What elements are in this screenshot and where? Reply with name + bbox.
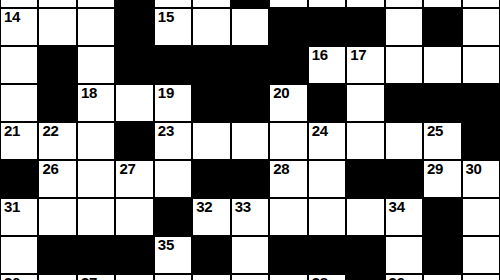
cell-r0c9[interactable]: [346, 0, 384, 8]
cell-r2c10[interactable]: [385, 46, 423, 84]
cell-r3c3[interactable]: [115, 84, 153, 122]
clue-number-35: 35: [158, 237, 174, 253]
cell-r3c4[interactable]: 19: [154, 84, 192, 122]
clue-number-39: 39: [389, 275, 405, 280]
cell-r0c2[interactable]: [77, 0, 115, 8]
clue-number-16: 16: [312, 47, 328, 63]
clue-number-38: 38: [312, 275, 328, 280]
clue-number-15: 15: [158, 9, 174, 25]
black-cell-r1c9: [346, 8, 384, 46]
cell-r8c6[interactable]: [231, 274, 269, 280]
black-cell-r6c4: [154, 198, 192, 236]
cell-r8c7[interactable]: [269, 274, 307, 280]
cell-r4c4[interactable]: 23: [154, 122, 192, 160]
cell-r6c9[interactable]: [346, 198, 384, 236]
cell-r8c5[interactable]: [192, 274, 230, 280]
cell-r2c8[interactable]: 16: [308, 46, 346, 84]
cell-r0c11[interactable]: [423, 0, 461, 8]
black-cell-r5c5: [192, 160, 230, 198]
black-cell-r2c1: [38, 46, 76, 84]
cell-r5c12[interactable]: 30: [462, 160, 500, 198]
clue-number-23: 23: [158, 123, 174, 139]
cell-r4c9[interactable]: [346, 122, 384, 160]
cell-r5c1[interactable]: 26: [38, 160, 76, 198]
black-cell-r5c10: [385, 160, 423, 198]
black-cell-r1c8: [308, 8, 346, 46]
clue-number-14: 14: [4, 9, 20, 25]
cell-r0c1[interactable]: [38, 0, 76, 8]
cell-r2c12[interactable]: [462, 46, 500, 84]
black-cell-r1c7: [269, 8, 307, 46]
cell-r5c3[interactable]: 27: [115, 160, 153, 198]
black-cell-r7c9: [346, 236, 384, 274]
cell-r7c0[interactable]: [0, 236, 38, 274]
cell-r5c11[interactable]: 29: [423, 160, 461, 198]
cell-r3c2[interactable]: 18: [77, 84, 115, 122]
cell-r0c7[interactable]: [269, 0, 307, 8]
cell-r0c12[interactable]: [462, 0, 500, 8]
clue-number-32: 32: [196, 199, 212, 215]
clue-number-25: 25: [427, 123, 443, 139]
black-cell-r3c1: [38, 84, 76, 122]
cell-r5c4[interactable]: [154, 160, 192, 198]
cell-r0c5[interactable]: [192, 0, 230, 8]
clue-number-33: 33: [235, 199, 251, 215]
cell-r2c9[interactable]: 17: [346, 46, 384, 84]
cell-r6c12[interactable]: [462, 198, 500, 236]
cell-r6c2[interactable]: [77, 198, 115, 236]
cell-r2c0[interactable]: [0, 46, 38, 84]
cell-r6c0[interactable]: 31: [0, 198, 38, 236]
cell-r6c8[interactable]: [308, 198, 346, 236]
cell-r4c1[interactable]: 22: [38, 122, 76, 160]
cell-r4c8[interactable]: 24: [308, 122, 346, 160]
cell-r1c2[interactable]: [77, 8, 115, 46]
black-cell-r4c12: [462, 122, 500, 160]
black-cell-r7c3: [115, 236, 153, 274]
cell-r5c7[interactable]: 28: [269, 160, 307, 198]
black-cell-r3c10: [385, 84, 423, 122]
black-cell-r5c6: [231, 160, 269, 198]
clue-number-17: 17: [350, 47, 366, 63]
cell-r1c10[interactable]: [385, 8, 423, 46]
black-cell-r3c6: [231, 84, 269, 122]
clue-number-34: 34: [389, 199, 405, 215]
cell-r3c9[interactable]: [346, 84, 384, 122]
cell-r7c6[interactable]: [231, 236, 269, 274]
black-cell-r4c3: [115, 122, 153, 160]
clue-number-31: 31: [4, 199, 20, 215]
black-cell-r0c6: [231, 0, 269, 8]
black-cell-r2c3: [115, 46, 153, 84]
cell-r0c10[interactable]: [385, 0, 423, 8]
crossword-board: 1415161718192021222324252627282930313233…: [0, 0, 500, 280]
cell-r1c12[interactable]: [462, 8, 500, 46]
cell-r8c10[interactable]: 39: [385, 274, 423, 280]
cell-r1c4[interactable]: 15: [154, 8, 192, 46]
cell-r3c0[interactable]: [0, 84, 38, 122]
cell-r6c6[interactable]: 33: [231, 198, 269, 236]
black-cell-r8c9: [346, 274, 384, 280]
cell-r8c2[interactable]: 37: [77, 274, 115, 280]
clue-number-28: 28: [273, 161, 289, 177]
cell-r6c10[interactable]: 34: [385, 198, 423, 236]
black-cell-r2c7: [269, 46, 307, 84]
cell-r7c4[interactable]: 35: [154, 236, 192, 274]
clue-number-26: 26: [42, 161, 58, 177]
cell-r1c6[interactable]: [231, 8, 269, 46]
cell-r7c12[interactable]: [462, 236, 500, 274]
cell-r8c8[interactable]: 38: [308, 274, 346, 280]
cell-r0c8[interactable]: [308, 0, 346, 8]
clue-number-36: 36: [4, 275, 20, 280]
clue-number-18: 18: [81, 85, 97, 101]
clue-number-19: 19: [158, 85, 174, 101]
cell-r8c12[interactable]: [462, 274, 500, 280]
cell-r1c1[interactable]: [38, 8, 76, 46]
cell-r6c1[interactable]: [38, 198, 76, 236]
black-cell-r7c2: [77, 236, 115, 274]
clue-number-30: 30: [466, 161, 482, 177]
black-cell-r3c5: [192, 84, 230, 122]
black-cell-r2c5: [192, 46, 230, 84]
cell-r5c8[interactable]: [308, 160, 346, 198]
clue-number-24: 24: [312, 123, 328, 139]
black-cell-r2c6: [231, 46, 269, 84]
black-cell-r7c11: [423, 236, 461, 274]
cell-r8c11[interactable]: [423, 274, 461, 280]
clue-number-27: 27: [119, 161, 135, 177]
cell-r1c5[interactable]: [192, 8, 230, 46]
black-cell-r7c7: [269, 236, 307, 274]
cell-r7c10[interactable]: [385, 236, 423, 274]
cell-r4c6[interactable]: [231, 122, 269, 160]
black-cell-r7c5: [192, 236, 230, 274]
cell-r6c7[interactable]: [269, 198, 307, 236]
cell-r2c2[interactable]: [77, 46, 115, 84]
cell-r4c5[interactable]: [192, 122, 230, 160]
black-cell-r3c8: [308, 84, 346, 122]
cell-r0c4[interactable]: [154, 0, 192, 8]
cell-r8c3[interactable]: [115, 274, 153, 280]
clue-number-37: 37: [81, 275, 97, 280]
black-cell-r5c0: [0, 160, 38, 198]
cell-r8c4[interactable]: [154, 274, 192, 280]
black-cell-r5c9: [346, 160, 384, 198]
clue-number-21: 21: [4, 123, 20, 139]
black-cell-r1c3: [115, 8, 153, 46]
cell-r0c0[interactable]: [0, 0, 38, 8]
cell-r4c11[interactable]: 25: [423, 122, 461, 160]
cell-r2c11[interactable]: [423, 46, 461, 84]
black-cell-r0c3: [115, 0, 153, 8]
black-cell-r2c4: [154, 46, 192, 84]
cell-r6c3[interactable]: [115, 198, 153, 236]
clue-number-29: 29: [427, 161, 443, 177]
clue-number-22: 22: [42, 123, 58, 139]
black-cell-r3c12: [462, 84, 500, 122]
cell-r8c0[interactable]: 36: [0, 274, 38, 280]
black-cell-r1c11: [423, 8, 461, 46]
cell-r3c7[interactable]: 20: [269, 84, 307, 122]
black-cell-r7c8: [308, 236, 346, 274]
black-cell-r7c1: [38, 236, 76, 274]
cell-r4c7[interactable]: [269, 122, 307, 160]
black-cell-r3c11: [423, 84, 461, 122]
cell-r8c1[interactable]: [38, 274, 76, 280]
cell-r4c10[interactable]: [385, 122, 423, 160]
cell-r4c2[interactable]: [77, 122, 115, 160]
black-cell-r6c11: [423, 198, 461, 236]
cell-r4c0[interactable]: 21: [0, 122, 38, 160]
cell-r5c2[interactable]: [77, 160, 115, 198]
clue-number-20: 20: [273, 85, 289, 101]
cell-r1c0[interactable]: 14: [0, 8, 38, 46]
cell-r6c5[interactable]: 32: [192, 198, 230, 236]
